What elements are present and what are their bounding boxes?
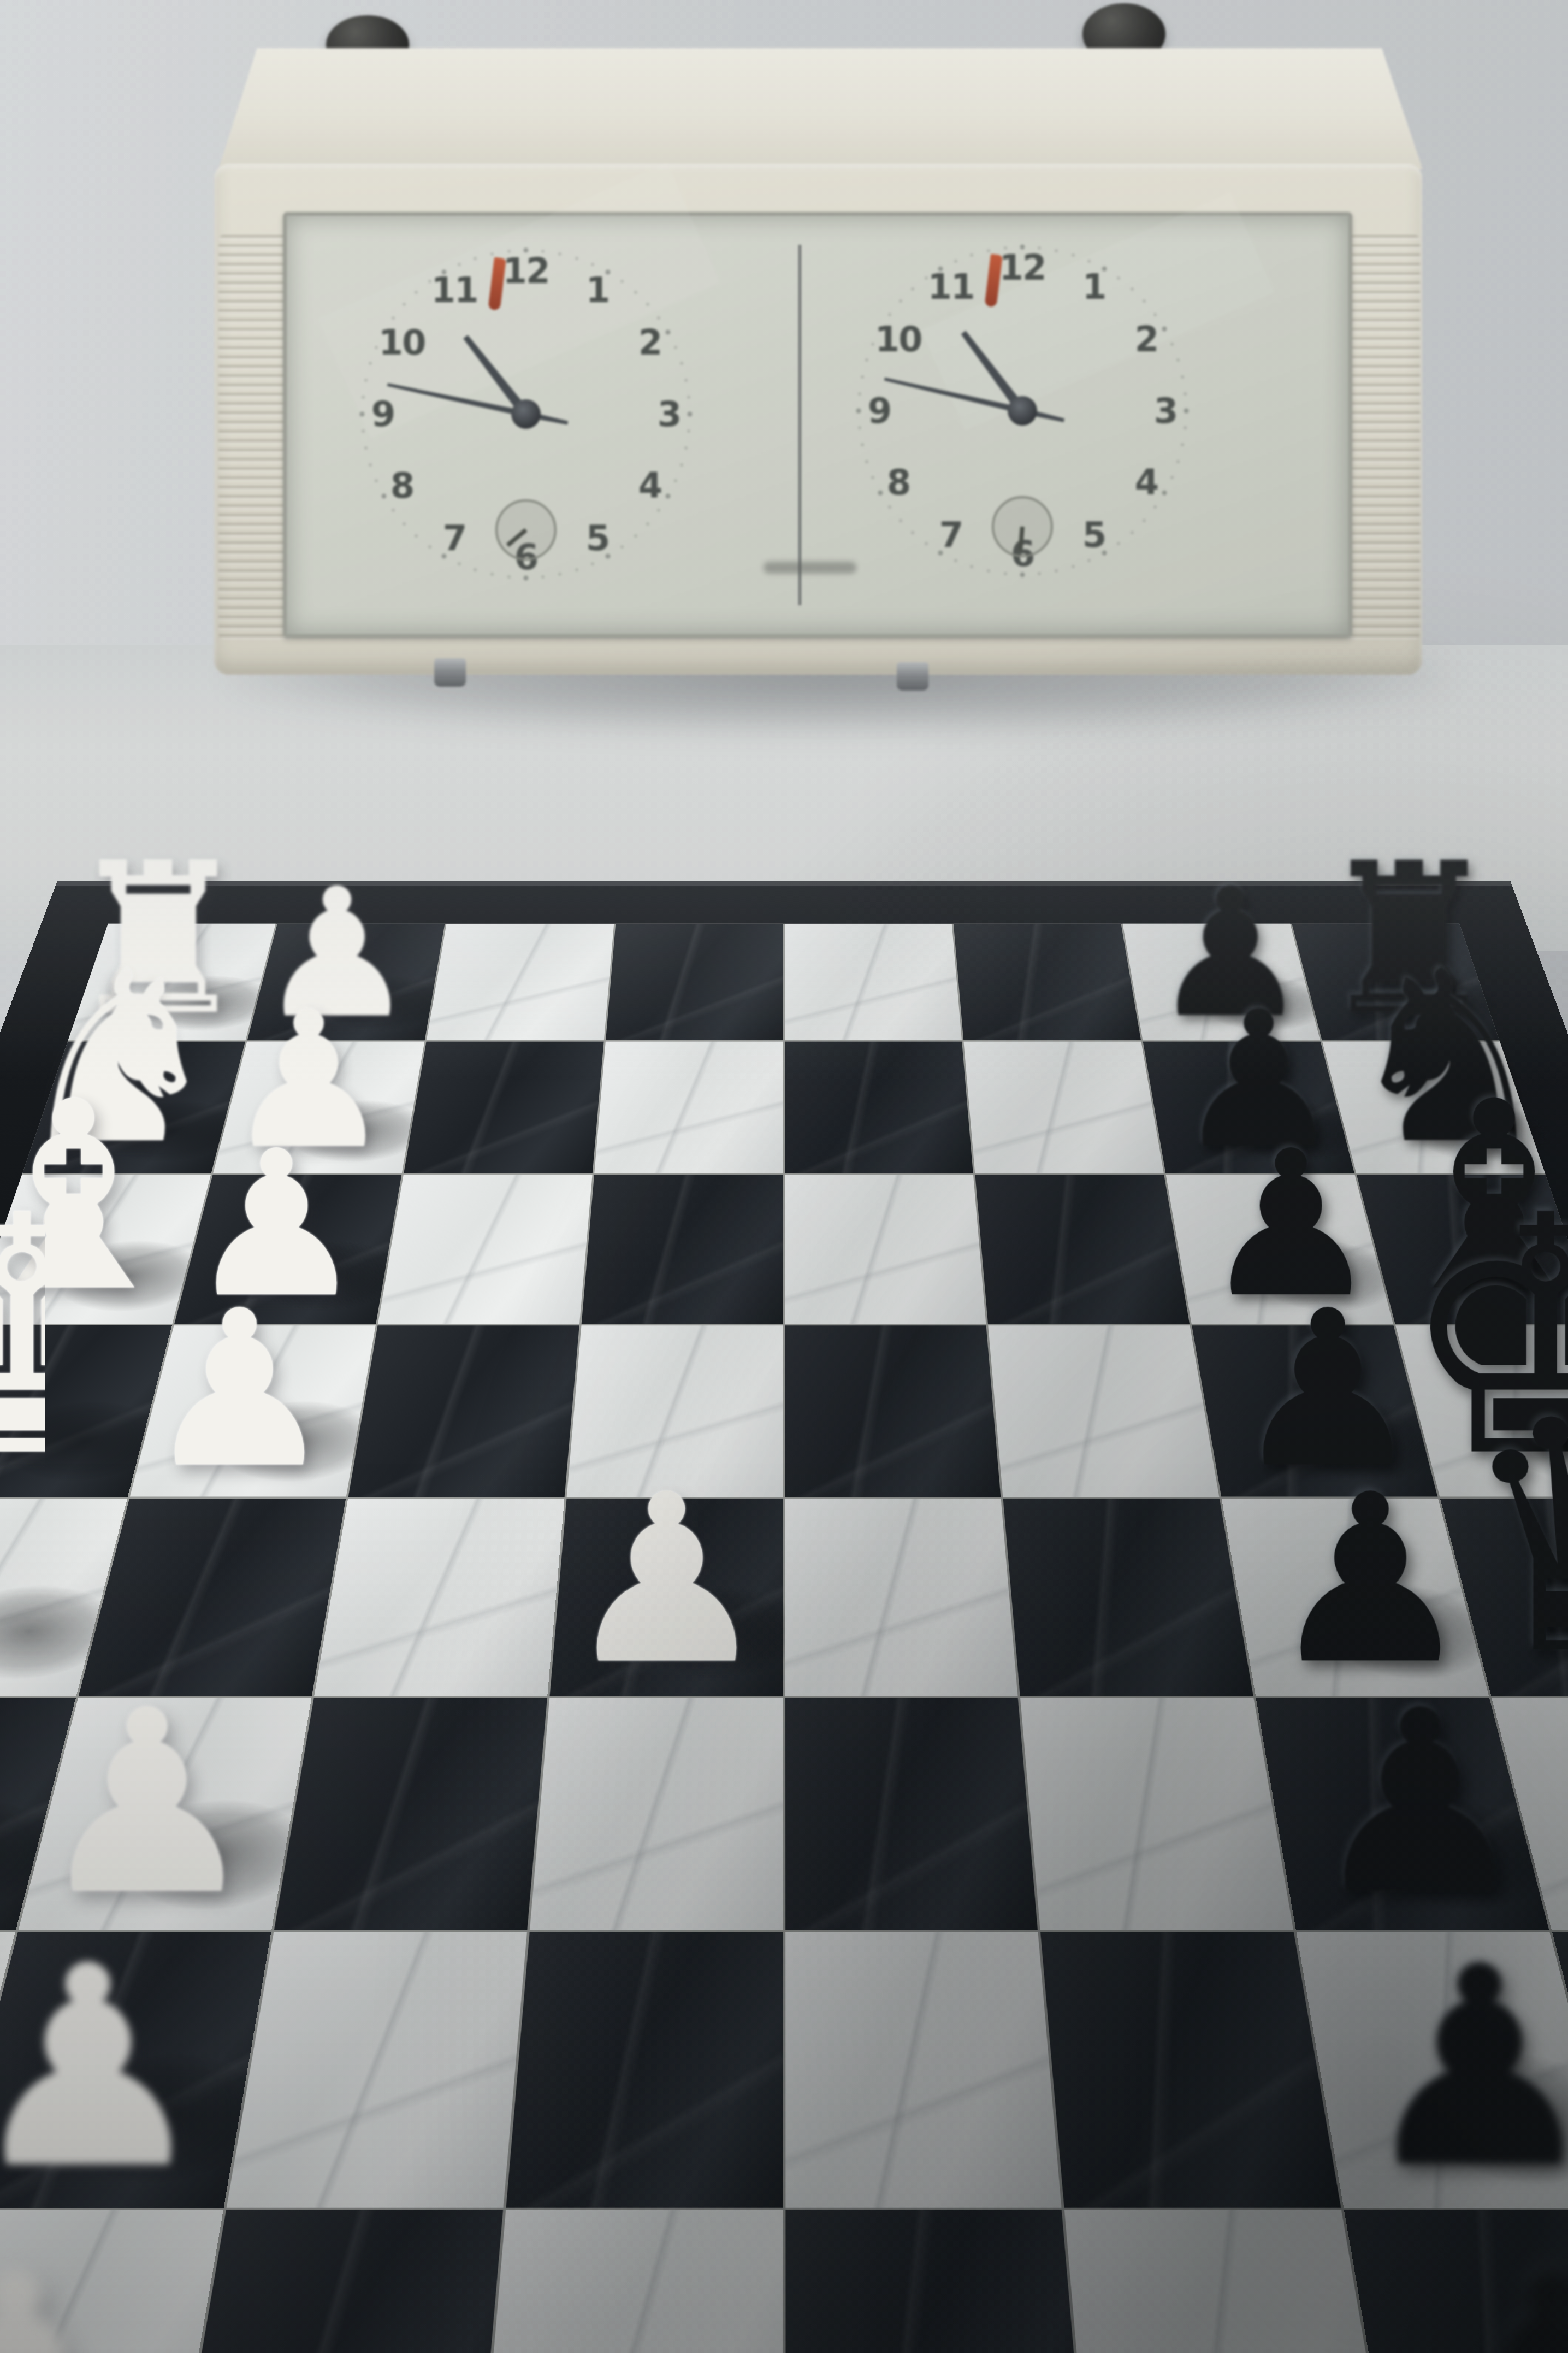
minute-tick bbox=[1170, 343, 1174, 346]
minute-tick bbox=[362, 429, 365, 433]
clock-numeral: 8 bbox=[887, 462, 910, 503]
minute-tick bbox=[1153, 313, 1157, 316]
chess-board: ♜♟♟♜♞♟♟♞♝♟♟♝♚♟♟♚♛♟♟♛♝♟♟♝♞♟♟♞♜♟♟♜ bbox=[0, 881, 1568, 2353]
minute-tick bbox=[1170, 476, 1174, 479]
clock-numeral: 2 bbox=[1135, 319, 1158, 359]
minute-tick bbox=[970, 253, 973, 257]
piece-white-bishop-c1[interactable]: ♝ bbox=[0, 1620, 38, 1920]
minute-tick bbox=[1087, 260, 1091, 263]
minute-tick bbox=[684, 379, 688, 382]
square-b6[interactable] bbox=[1041, 1933, 1341, 2208]
minute-tick bbox=[1184, 409, 1189, 414]
right-hands-center-cap bbox=[1008, 396, 1037, 426]
minute-tick bbox=[490, 252, 494, 256]
minute-tick bbox=[954, 260, 957, 263]
chess-clock: 123456789101112123456789101112 bbox=[0, 0, 1568, 738]
square-c2[interactable]: ♟ bbox=[18, 1699, 311, 1930]
square-h5[interactable] bbox=[785, 924, 962, 1040]
minute-tick bbox=[970, 565, 973, 568]
clock-numeral: 11 bbox=[431, 270, 477, 310]
square-g3[interactable] bbox=[404, 1042, 603, 1173]
photo-chess-scene: 123456789101112123456789101112 ♜♟♟♜♞♟♟♞♝… bbox=[0, 0, 1568, 2353]
minute-tick bbox=[899, 519, 902, 522]
dial-divider-line bbox=[798, 245, 801, 605]
square-e6[interactable] bbox=[989, 1325, 1220, 1496]
minute-tick bbox=[888, 505, 891, 509]
minute-tick bbox=[911, 287, 914, 291]
square-b2[interactable]: ♟ bbox=[0, 1933, 271, 2208]
square-h4[interactable] bbox=[606, 924, 783, 1040]
minute-tick bbox=[646, 303, 649, 306]
minute-tick bbox=[558, 573, 561, 576]
minute-tick bbox=[415, 534, 418, 538]
clock-numeral: 7 bbox=[939, 515, 963, 555]
clock-case-top bbox=[218, 48, 1423, 169]
square-f6[interactable] bbox=[975, 1175, 1190, 1324]
minute-tick bbox=[575, 568, 578, 571]
square-a2[interactable]: ♟ bbox=[0, 2211, 223, 2353]
square-d3[interactable] bbox=[314, 1498, 564, 1696]
minute-tick bbox=[591, 562, 594, 565]
minute-tick bbox=[558, 252, 561, 256]
clock-numeral: 1 bbox=[586, 270, 610, 310]
minute-tick bbox=[687, 396, 690, 399]
clock-numeral: 8 bbox=[390, 465, 414, 506]
minute-tick bbox=[1143, 299, 1146, 303]
piece-black-pawn-a7[interactable]: ♟ bbox=[1415, 2248, 1568, 2353]
square-b3[interactable] bbox=[226, 1933, 526, 2208]
minute-tick bbox=[541, 575, 545, 579]
square-c5[interactable] bbox=[785, 1699, 1038, 1930]
square-c4[interactable] bbox=[529, 1699, 783, 1930]
minute-tick bbox=[871, 476, 874, 479]
square-g6[interactable] bbox=[964, 1042, 1164, 1173]
clock-numeral: 9 bbox=[868, 391, 891, 431]
clock-numeral: 3 bbox=[658, 394, 681, 434]
minute-tick bbox=[861, 443, 864, 446]
square-d4[interactable]: ♟ bbox=[549, 1498, 783, 1696]
piece-white-pawn-c2[interactable]: ♟ bbox=[34, 1688, 260, 1920]
clock-foot bbox=[434, 658, 466, 687]
piece-black-pawn-c7[interactable]: ♟ bbox=[1307, 1688, 1534, 1920]
minute-tick bbox=[360, 412, 365, 417]
minute-tick bbox=[375, 346, 378, 349]
minute-tick bbox=[458, 263, 461, 266]
piece-black-pawn-b7[interactable]: ♟ bbox=[1356, 1942, 1568, 2196]
minute-tick bbox=[575, 257, 578, 260]
square-f4[interactable] bbox=[581, 1175, 783, 1324]
square-f5[interactable] bbox=[785, 1175, 986, 1324]
minute-tick bbox=[1153, 505, 1157, 509]
piece-black-bishop-c8[interactable]: ♝ bbox=[1529, 1620, 1568, 1920]
minute-tick bbox=[888, 313, 891, 316]
minute-tick bbox=[684, 446, 688, 450]
minute-tick bbox=[680, 362, 683, 365]
minute-tick bbox=[458, 562, 461, 565]
minute-tick bbox=[620, 545, 624, 549]
piece-white-pawn-a2[interactable]: ♟ bbox=[0, 2248, 153, 2353]
minute-tick bbox=[646, 522, 649, 526]
minute-tick bbox=[403, 522, 406, 526]
square-b5[interactable] bbox=[785, 1933, 1062, 2208]
clock-numeral: 1 bbox=[1082, 267, 1106, 307]
square-a4[interactable] bbox=[477, 2211, 782, 2353]
clock-numeral: 3 bbox=[1154, 391, 1178, 431]
clock-numeral: 4 bbox=[1135, 462, 1158, 503]
minute-tick bbox=[858, 426, 861, 429]
minute-tick bbox=[1087, 559, 1091, 562]
minute-tick bbox=[1143, 519, 1146, 522]
clock-numeral: 12 bbox=[502, 251, 549, 291]
minute-tick bbox=[911, 531, 914, 534]
minute-tick bbox=[1162, 327, 1167, 332]
minute-tick bbox=[987, 569, 990, 573]
square-d5[interactable] bbox=[785, 1498, 1018, 1696]
square-e2[interactable]: ♟ bbox=[130, 1325, 376, 1496]
minute-tick bbox=[674, 479, 677, 482]
minute-tick bbox=[865, 460, 868, 463]
minute-tick bbox=[1004, 572, 1007, 575]
minute-tick bbox=[375, 479, 378, 482]
minute-tick bbox=[925, 542, 928, 545]
minute-tick bbox=[1181, 375, 1184, 379]
minute-tick bbox=[987, 249, 990, 252]
minute-tick bbox=[665, 494, 670, 499]
minute-tick bbox=[1131, 287, 1134, 291]
piece-white-pawn-d4[interactable]: ♟ bbox=[562, 1474, 771, 1688]
minute-tick bbox=[620, 280, 624, 283]
minute-tick bbox=[1184, 426, 1187, 429]
minute-tick bbox=[1176, 460, 1180, 463]
minute-tick bbox=[856, 409, 861, 414]
square-e5[interactable] bbox=[785, 1325, 1001, 1496]
minute-tick bbox=[364, 379, 368, 382]
minute-tick bbox=[415, 291, 418, 294]
minute-tick bbox=[382, 494, 387, 499]
clock-numeral: 4 bbox=[638, 465, 662, 506]
square-g4[interactable] bbox=[594, 1042, 783, 1173]
minute-tick bbox=[634, 291, 637, 294]
square-b4[interactable] bbox=[506, 1933, 783, 2208]
minute-tick bbox=[591, 263, 594, 266]
clock-numeral: 10 bbox=[875, 319, 922, 359]
board-grid: ♜♟♟♜♞♟♟♞♝♟♟♝♚♟♟♚♛♟♟♛♝♟♟♝♞♟♟♞♜♟♟♜ bbox=[0, 924, 1568, 2353]
minute-tick bbox=[474, 568, 477, 571]
minute-tick bbox=[688, 412, 693, 417]
minute-tick bbox=[1181, 443, 1184, 446]
piece-white-pawn-b2[interactable]: ♟ bbox=[0, 1942, 211, 2196]
minute-tick bbox=[1131, 531, 1134, 534]
clock-numeral: 9 bbox=[371, 394, 395, 434]
clock-numeral: 10 bbox=[379, 322, 425, 363]
minute-tick bbox=[871, 343, 874, 346]
clock-numeral: 7 bbox=[443, 518, 466, 558]
minute-tick bbox=[674, 346, 677, 349]
minute-tick bbox=[665, 330, 670, 335]
square-c3[interactable] bbox=[274, 1699, 547, 1930]
clock-foot bbox=[897, 662, 928, 691]
minute-tick bbox=[1162, 491, 1167, 496]
left-hands-center-cap bbox=[511, 399, 541, 429]
minute-tick bbox=[1072, 253, 1075, 257]
minute-tick bbox=[1038, 572, 1041, 575]
minute-tick bbox=[1055, 249, 1058, 252]
clock-numeral: 11 bbox=[927, 267, 974, 307]
minute-tick bbox=[403, 303, 406, 306]
minute-tick bbox=[634, 534, 637, 538]
brand-inscription-illegible bbox=[764, 562, 856, 574]
minute-tick bbox=[428, 545, 431, 549]
minute-tick bbox=[858, 392, 861, 396]
square-c6[interactable] bbox=[1021, 1699, 1294, 1930]
minute-tick bbox=[954, 559, 957, 562]
piece-white-pawn-e2[interactable]: ♟ bbox=[143, 1290, 336, 1489]
clock-numeral: 5 bbox=[1082, 515, 1106, 555]
clock-numeral: 12 bbox=[999, 247, 1045, 288]
square-g5[interactable] bbox=[785, 1042, 974, 1173]
minute-tick bbox=[687, 429, 690, 433]
minute-tick bbox=[861, 375, 864, 379]
minute-tick bbox=[369, 463, 372, 467]
piece-black-pawn-d7[interactable]: ♟ bbox=[1267, 1474, 1475, 1688]
square-h6[interactable] bbox=[954, 924, 1141, 1040]
minute-tick bbox=[1176, 358, 1180, 362]
minute-tick bbox=[1184, 392, 1187, 396]
clock-numeral: 2 bbox=[638, 322, 662, 363]
square-f3[interactable] bbox=[378, 1175, 592, 1324]
minute-tick bbox=[680, 463, 683, 467]
minute-tick bbox=[392, 509, 395, 512]
minute-tick bbox=[865, 358, 868, 362]
square-a5[interactable] bbox=[785, 2211, 1091, 2353]
square-d6[interactable] bbox=[1003, 1498, 1253, 1696]
minute-tick bbox=[474, 257, 477, 260]
clock-numeral: 5 bbox=[586, 518, 610, 558]
minute-tick bbox=[1055, 569, 1058, 573]
minute-tick bbox=[899, 299, 902, 303]
minute-tick bbox=[369, 362, 372, 365]
square-b7[interactable]: ♟ bbox=[1297, 1933, 1568, 2208]
minute-tick bbox=[362, 396, 365, 399]
minute-tick bbox=[1117, 542, 1120, 545]
minute-tick bbox=[878, 491, 883, 496]
minute-tick bbox=[507, 575, 511, 579]
minute-tick bbox=[657, 509, 660, 512]
square-c7[interactable]: ♟ bbox=[1256, 1699, 1549, 1930]
minute-tick bbox=[1117, 276, 1120, 280]
minute-tick bbox=[490, 573, 494, 576]
minute-tick bbox=[657, 316, 660, 320]
minute-tick bbox=[1072, 565, 1075, 568]
case-rib-texture-right bbox=[1342, 235, 1420, 639]
minute-tick bbox=[364, 446, 368, 450]
square-a7[interactable]: ♟ bbox=[1345, 2211, 1568, 2353]
minute-tick bbox=[392, 316, 395, 320]
square-e3[interactable] bbox=[348, 1325, 579, 1496]
